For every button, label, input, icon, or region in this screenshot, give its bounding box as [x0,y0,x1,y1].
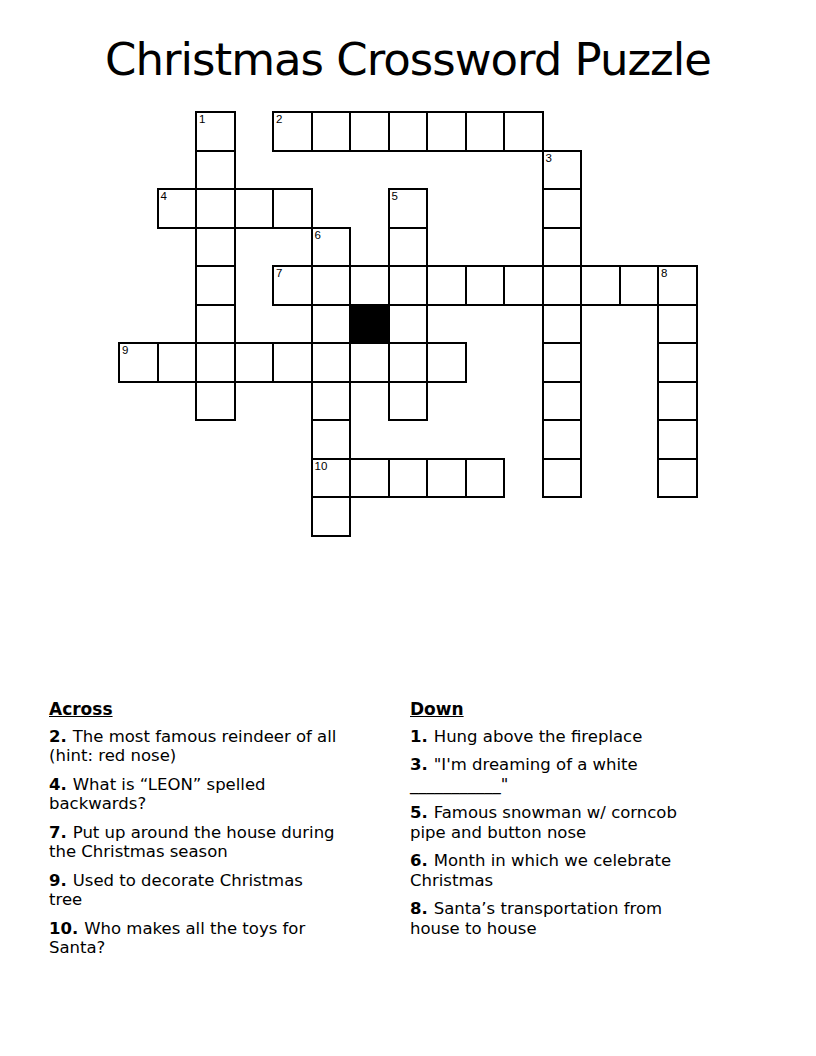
grid-cell[interactable] [311,265,352,306]
grid-cell[interactable] [349,342,390,383]
grid-cell[interactable] [388,381,429,422]
grid-cell[interactable] [542,304,583,345]
clue-item: 7.Put up around the house during the Chr… [49,823,399,862]
clue-text: Hung above the fireplace [434,727,643,746]
grid-cell[interactable]: 1 [195,111,236,152]
grid-cell[interactable] [426,458,467,499]
clue-item: 9.Used to decorate Christmas tree [49,871,399,910]
clue-text: "I'm dreaming of a white ___________" [410,755,638,794]
grid-cell[interactable] [657,304,698,345]
clue-item: 6.Month in which we celebrate Christmas [410,851,760,890]
clue-number: 6. [410,851,428,870]
grid-cell[interactable] [195,227,236,268]
cell-number: 3 [546,152,552,165]
grid-cell[interactable] [542,188,583,229]
clue-text: Who makes all the toys for Santa? [49,919,305,958]
clue-item: 10.Who makes all the toys for Santa? [49,919,399,958]
grid-cell[interactable] [426,342,467,383]
grid-cell[interactable] [426,111,467,152]
clue-text: Month in which we celebrate Christmas [410,851,671,890]
cell-number: 2 [276,113,282,126]
clue-item: 4.What is “LEON” spelled backwards? [49,775,399,814]
clue-item: 5.Famous snowman w/ corncob pipe and but… [410,803,760,842]
cell-number: 8 [661,267,667,280]
grid-cell[interactable]: 10 [311,458,352,499]
grid-cell[interactable] [195,150,236,191]
across-clue-list: 2.The most famous reindeer of all (hint:… [49,727,399,958]
grid-cell[interactable] [503,265,544,306]
grid-cell[interactable] [542,227,583,268]
grid-cell[interactable]: 2 [272,111,313,152]
grid-cell[interactable] [465,111,506,152]
clue-number: 5. [410,803,428,822]
clue-text: The most famous reindeer of all (hint: r… [49,727,336,766]
grid-cell[interactable] [388,304,429,345]
grid-cell[interactable] [195,342,236,383]
worksheet-page: { "game": "crossword", "title": "Christm… [0,0,816,1056]
grid-cell[interactable] [388,227,429,268]
cell-number: 9 [122,344,128,357]
grid-cell[interactable] [234,188,275,229]
grid-cell[interactable]: 8 [657,265,698,306]
grid-cell[interactable] [657,342,698,383]
grid-cell[interactable] [542,419,583,460]
grid-cell[interactable] [542,458,583,499]
cell-number: 5 [392,190,398,203]
grid-cell[interactable] [195,381,236,422]
grid-cell[interactable] [426,265,467,306]
clue-item: 8.Santa’s transportation from house to h… [410,899,760,938]
grid-cell[interactable]: 6 [311,227,352,268]
grid-cell[interactable] [657,419,698,460]
grid-cell[interactable] [311,111,352,152]
grid-cell[interactable] [234,342,275,383]
grid-cell[interactable]: 5 [388,188,429,229]
down-clues-section: Down 1.Hung above the fireplace 3."I'm d… [410,700,760,947]
blocked-cell [349,304,390,345]
cell-number: 10 [315,460,328,473]
across-heading: Across [49,700,399,720]
clue-number: 9. [49,871,67,890]
clue-text: Santa’s transportation from house to hou… [410,899,662,938]
grid-cell[interactable] [311,342,352,383]
clue-number: 8. [410,899,428,918]
grid-cell[interactable] [542,265,583,306]
grid-cell[interactable] [542,342,583,383]
grid-cell[interactable] [157,342,198,383]
grid-cell[interactable] [195,265,236,306]
grid-cell[interactable] [465,265,506,306]
cell-number: 6 [315,229,321,242]
grid-cell[interactable] [388,342,429,383]
clue-text: What is “LEON” spelled backwards? [49,775,266,814]
grid-cell[interactable]: 7 [272,265,313,306]
clue-number: 4. [49,775,67,794]
grid-cell[interactable]: 3 [542,150,583,191]
crossword-grid: 12345678910 [118,111,698,537]
cell-number: 1 [199,113,205,126]
grid-cell[interactable] [349,111,390,152]
grid-cell[interactable] [503,111,544,152]
across-clues-section: Across 2.The most famous reindeer of all… [49,700,399,967]
grid-cell[interactable] [657,458,698,499]
cell-number: 4 [161,190,167,203]
grid-cell[interactable] [349,265,390,306]
clue-number: 2. [49,727,67,746]
page-title: Christmas Crossword Puzzle [0,33,816,86]
down-clue-list: 1.Hung above the fireplace 3."I'm dreami… [410,727,760,939]
grid-cell[interactable] [349,458,390,499]
clue-number: 7. [49,823,67,842]
clue-text: Used to decorate Christmas tree [49,871,303,910]
grid-cell[interactable] [657,381,698,422]
clue-text: Put up around the house during the Chris… [49,823,335,862]
grid-cell[interactable] [619,265,660,306]
clue-number: 10. [49,919,78,938]
clue-item: 3."I'm dreaming of a white ___________" [410,755,760,794]
grid-cell[interactable] [311,419,352,460]
grid-cell[interactable] [388,111,429,152]
grid-cell[interactable] [542,381,583,422]
grid-cell[interactable] [195,304,236,345]
grid-cell[interactable] [388,458,429,499]
grid-cell[interactable] [195,188,236,229]
grid-cell[interactable] [272,342,313,383]
grid-cell[interactable] [311,381,352,422]
grid-cell[interactable] [465,458,506,499]
grid-cell[interactable] [388,265,429,306]
cell-number: 7 [276,267,282,280]
grid-cell[interactable] [580,265,621,306]
grid-cell[interactable]: 4 [157,188,198,229]
clue-number: 3. [410,755,428,774]
down-heading: Down [410,700,760,720]
clue-item: 1.Hung above the fireplace [410,727,760,747]
grid-cell[interactable] [311,304,352,345]
clue-text: Famous snowman w/ corncob pipe and butto… [410,803,677,842]
grid-cell[interactable]: 9 [118,342,159,383]
grid-cell[interactable] [272,188,313,229]
clue-number: 1. [410,727,428,746]
clue-item: 2.The most famous reindeer of all (hint:… [49,727,399,766]
grid-cell[interactable] [311,496,352,537]
